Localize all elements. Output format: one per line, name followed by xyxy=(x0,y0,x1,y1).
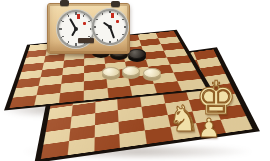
flag-icon xyxy=(111,13,114,18)
flag-icon xyxy=(77,14,80,19)
chess-clock xyxy=(47,3,130,54)
clock-button-left xyxy=(60,0,69,6)
white-knight: ♞ xyxy=(168,101,200,137)
red-marker xyxy=(83,22,86,25)
dial-center-cap xyxy=(108,25,112,29)
red-marker xyxy=(116,20,119,23)
clock-face-right xyxy=(92,9,128,45)
clock-button-right xyxy=(111,1,120,7)
chess-pieces-layer: ♚♞♟ xyxy=(0,0,270,161)
white-pawn: ♟ xyxy=(197,115,220,141)
product-photo-chess-set: ♚♞♟ xyxy=(0,0,270,161)
clock-nameplate xyxy=(78,38,94,43)
dial-center-cap xyxy=(74,27,78,31)
